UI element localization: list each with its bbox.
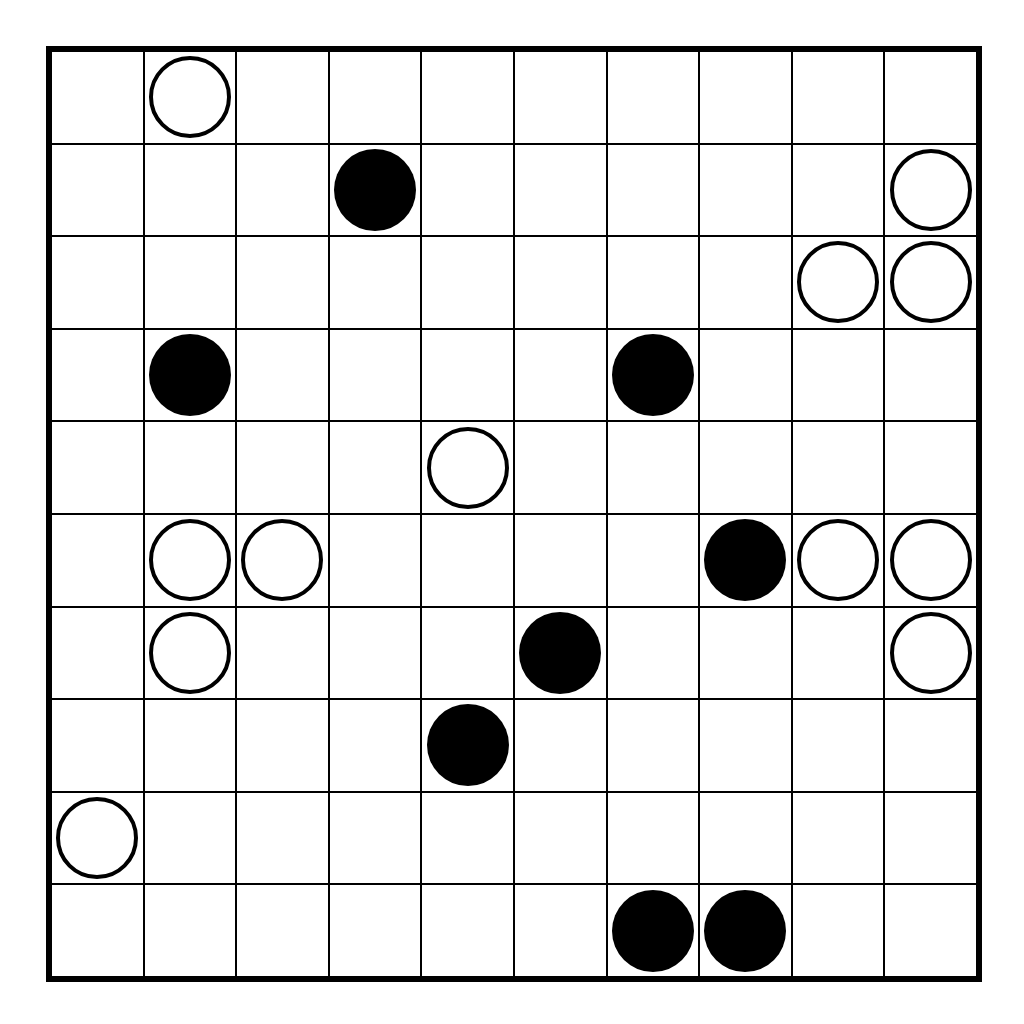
cell-r9c1[interactable] (52, 793, 143, 884)
cell-r3c8[interactable] (700, 237, 791, 328)
cell-r9c6[interactable] (515, 793, 606, 884)
black-pearl (149, 334, 231, 416)
white-pearl (890, 149, 972, 231)
cell-r1c6[interactable] (515, 52, 606, 143)
cell-r1c10[interactable] (885, 52, 976, 143)
black-pearl (334, 149, 416, 231)
cell-r5c1[interactable] (52, 422, 143, 513)
white-pearl (797, 519, 879, 601)
cell-r2c2[interactable] (145, 145, 236, 236)
cell-r3c9[interactable] (793, 237, 884, 328)
cell-r7c2[interactable] (145, 608, 236, 699)
white-pearl (890, 612, 972, 694)
cell-r7c4[interactable] (330, 608, 421, 699)
cell-r9c8[interactable] (700, 793, 791, 884)
cell-r4c7[interactable] (608, 330, 699, 421)
cell-r3c2[interactable] (145, 237, 236, 328)
black-pearl (427, 704, 509, 786)
cell-r10c9[interactable] (793, 885, 884, 976)
cell-r1c3[interactable] (237, 52, 328, 143)
black-pearl (704, 519, 786, 601)
cell-r9c9[interactable] (793, 793, 884, 884)
cell-r6c9[interactable] (793, 515, 884, 606)
cell-r2c6[interactable] (515, 145, 606, 236)
cell-r10c3[interactable] (237, 885, 328, 976)
cell-r8c2[interactable] (145, 700, 236, 791)
cell-r7c6[interactable] (515, 608, 606, 699)
cell-r8c4[interactable] (330, 700, 421, 791)
cell-r1c1[interactable] (52, 52, 143, 143)
cell-r9c7[interactable] (608, 793, 699, 884)
cell-r10c1[interactable] (52, 885, 143, 976)
cell-r2c4[interactable] (330, 145, 421, 236)
cell-r10c4[interactable] (330, 885, 421, 976)
cell-r1c9[interactable] (793, 52, 884, 143)
cell-r1c7[interactable] (608, 52, 699, 143)
cell-r2c8[interactable] (700, 145, 791, 236)
white-pearl (797, 241, 879, 323)
cell-r8c3[interactable] (237, 700, 328, 791)
cell-r8c6[interactable] (515, 700, 606, 791)
cell-r4c9[interactable] (793, 330, 884, 421)
cell-r8c7[interactable] (608, 700, 699, 791)
black-pearl (519, 612, 601, 694)
cell-r7c1[interactable] (52, 608, 143, 699)
cell-r4c2[interactable] (145, 330, 236, 421)
cell-r9c5[interactable] (422, 793, 513, 884)
cell-r7c7[interactable] (608, 608, 699, 699)
cell-r4c3[interactable] (237, 330, 328, 421)
cell-r4c10[interactable] (885, 330, 976, 421)
cell-r3c3[interactable] (237, 237, 328, 328)
cell-r6c3[interactable] (237, 515, 328, 606)
cell-r5c2[interactable] (145, 422, 236, 513)
cell-r5c8[interactable] (700, 422, 791, 513)
cell-r8c1[interactable] (52, 700, 143, 791)
cell-r2c1[interactable] (52, 145, 143, 236)
cell-r8c5[interactable] (422, 700, 513, 791)
cell-r10c7[interactable] (608, 885, 699, 976)
cell-r2c10[interactable] (885, 145, 976, 236)
cell-r4c6[interactable] (515, 330, 606, 421)
cell-r9c3[interactable] (237, 793, 328, 884)
cell-r5c5[interactable] (422, 422, 513, 513)
cell-r5c10[interactable] (885, 422, 976, 513)
cell-r3c5[interactable] (422, 237, 513, 328)
cell-r5c6[interactable] (515, 422, 606, 513)
cell-r3c10[interactable] (885, 237, 976, 328)
cell-r5c3[interactable] (237, 422, 328, 513)
cell-r3c7[interactable] (608, 237, 699, 328)
cell-r10c8[interactable] (700, 885, 791, 976)
cell-r8c10[interactable] (885, 700, 976, 791)
black-pearl (612, 890, 694, 972)
cell-r8c8[interactable] (700, 700, 791, 791)
cell-r1c2[interactable] (145, 52, 236, 143)
cell-r6c10[interactable] (885, 515, 976, 606)
cell-r6c1[interactable] (52, 515, 143, 606)
cell-r4c1[interactable] (52, 330, 143, 421)
cell-r2c9[interactable] (793, 145, 884, 236)
cell-r1c5[interactable] (422, 52, 513, 143)
cell-r10c6[interactable] (515, 885, 606, 976)
cell-r7c8[interactable] (700, 608, 791, 699)
white-pearl (890, 241, 972, 323)
cell-r6c4[interactable] (330, 515, 421, 606)
cell-r5c9[interactable] (793, 422, 884, 513)
cell-r7c9[interactable] (793, 608, 884, 699)
white-pearl (241, 519, 323, 601)
cell-r7c10[interactable] (885, 608, 976, 699)
cell-r10c10[interactable] (885, 885, 976, 976)
cell-r5c7[interactable] (608, 422, 699, 513)
cell-r9c4[interactable] (330, 793, 421, 884)
cell-r6c8[interactable] (700, 515, 791, 606)
cell-r3c6[interactable] (515, 237, 606, 328)
cell-r9c10[interactable] (885, 793, 976, 884)
cell-r2c3[interactable] (237, 145, 328, 236)
white-pearl (890, 519, 972, 601)
cell-r4c5[interactable] (422, 330, 513, 421)
cell-r4c4[interactable] (330, 330, 421, 421)
cell-r5c4[interactable] (330, 422, 421, 513)
white-pearl (56, 797, 138, 879)
cell-r10c5[interactable] (422, 885, 513, 976)
cell-r6c2[interactable] (145, 515, 236, 606)
white-pearl (149, 519, 231, 601)
white-pearl (427, 427, 509, 509)
cell-r10c2[interactable] (145, 885, 236, 976)
cell-r3c1[interactable] (52, 237, 143, 328)
white-pearl (149, 56, 231, 138)
cell-r6c7[interactable] (608, 515, 699, 606)
cell-r9c2[interactable] (145, 793, 236, 884)
black-pearl (612, 334, 694, 416)
cell-r6c6[interactable] (515, 515, 606, 606)
cell-r2c5[interactable] (422, 145, 513, 236)
page (0, 0, 1024, 1024)
white-pearl (149, 612, 231, 694)
cell-r8c9[interactable] (793, 700, 884, 791)
cell-r1c8[interactable] (700, 52, 791, 143)
cell-r7c3[interactable] (237, 608, 328, 699)
cell-r2c7[interactable] (608, 145, 699, 236)
cell-r3c4[interactable] (330, 237, 421, 328)
cell-r4c8[interactable] (700, 330, 791, 421)
cell-r7c5[interactable] (422, 608, 513, 699)
masyu-board (46, 46, 982, 982)
cell-r1c4[interactable] (330, 52, 421, 143)
black-pearl (704, 890, 786, 972)
cell-r6c5[interactable] (422, 515, 513, 606)
